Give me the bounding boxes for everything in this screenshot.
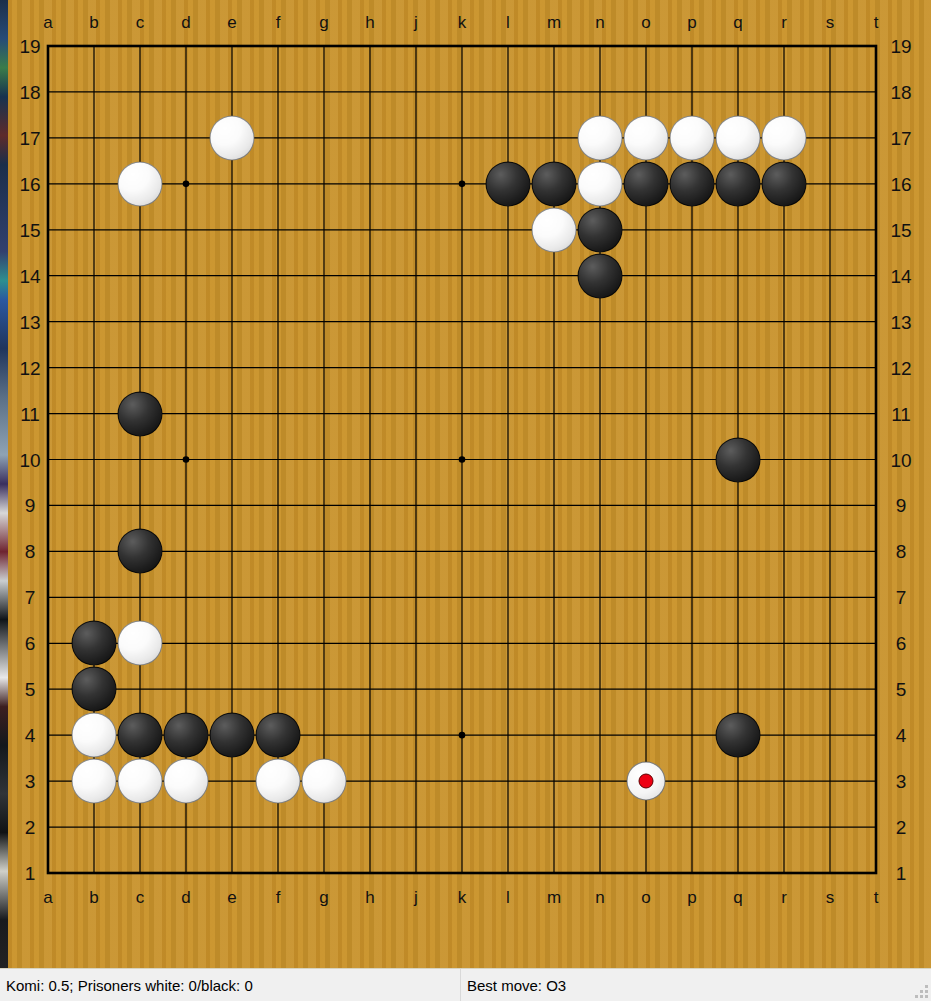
row-label-left: 16 [19,174,40,193]
column-label-top: s [826,14,835,31]
row-label-left: 4 [25,726,36,745]
column-label-bottom: m [547,889,561,906]
column-label-bottom: p [687,889,696,906]
row-label-left: 13 [19,312,40,331]
column-label-top: r [781,14,787,31]
black-stone [624,161,669,206]
column-label-top: e [227,14,236,31]
column-label-top: c [136,14,145,31]
column-label-bottom: h [365,889,374,906]
black-stone [532,161,577,206]
row-label-left: 17 [19,128,40,147]
white-stone [164,759,209,804]
row-label-right: 6 [896,634,907,653]
row-label-right: 11 [891,404,911,423]
column-label-top: k [458,14,467,31]
row-label-left: 15 [19,220,40,239]
column-label-bottom: d [181,889,190,906]
black-stone [164,713,209,758]
black-stone [578,253,623,298]
column-label-bottom: r [781,889,787,906]
column-label-top: m [547,14,561,31]
star-point [183,456,190,463]
row-label-left: 10 [19,450,40,469]
row-label-right: 14 [890,266,911,285]
column-label-top: j [414,14,418,31]
column-label-bottom: t [874,889,879,906]
row-label-right: 7 [896,588,907,607]
column-label-bottom: n [595,889,604,906]
black-stone [762,161,807,206]
row-label-right: 18 [890,82,911,101]
column-label-top: l [506,14,510,31]
status-komi-prisoners: Komi: 0.5; Prisoners white: 0/black: 0 [6,977,253,994]
row-label-right: 8 [896,542,907,561]
row-label-right: 19 [890,37,911,56]
black-stone [670,161,715,206]
row-label-left: 19 [19,37,40,56]
column-label-bottom: l [506,889,510,906]
row-label-left: 14 [19,266,40,285]
column-label-top: g [319,14,328,31]
go-application-window: aabbccddeeffgghhjjkkllmmnnooppqqrrsstt19… [0,0,931,1001]
column-label-bottom: f [276,889,281,906]
row-label-left: 7 [25,588,36,607]
row-label-left: 18 [19,82,40,101]
row-label-right: 9 [896,496,907,515]
white-stone [118,759,163,804]
row-label-right: 4 [896,726,907,745]
resize-grip[interactable] [915,985,928,998]
white-stone [716,115,761,160]
status-best-move: Best move: O3 [467,977,566,994]
row-label-right: 10 [890,450,911,469]
column-label-bottom: e [227,889,236,906]
column-label-bottom: b [89,889,98,906]
row-label-left: 3 [25,772,36,791]
white-stone [670,115,715,160]
black-stone [256,713,301,758]
column-label-top: t [874,14,879,31]
row-label-left: 6 [25,634,36,653]
best-move-marker [627,762,666,801]
row-label-right: 13 [890,312,911,331]
black-stone [72,621,117,666]
black-stone [118,391,163,436]
status-bar: Komi: 0.5; Prisoners white: 0/black: 0 B… [0,968,931,1001]
row-label-left: 2 [25,818,36,837]
star-point [183,181,190,188]
white-stone [72,713,117,758]
row-label-left: 9 [25,496,36,515]
white-stone [578,161,623,206]
column-label-bottom: q [733,889,742,906]
white-stone [256,759,301,804]
desktop-background-strip [0,0,8,968]
white-stone [532,207,577,252]
white-stone [210,115,255,160]
status-bar-divider [460,969,461,1001]
white-stone [118,161,163,206]
black-stone [118,713,163,758]
star-point [459,456,466,463]
column-label-top: n [595,14,604,31]
column-label-top: b [89,14,98,31]
row-label-right: 16 [890,174,911,193]
column-label-top: o [641,14,650,31]
star-point [459,732,466,739]
column-label-bottom: g [319,889,328,906]
column-label-bottom: k [458,889,467,906]
row-label-right: 15 [890,220,911,239]
black-stone [118,529,163,574]
white-stone [762,115,807,160]
row-label-left: 1 [25,864,36,883]
white-stone [624,115,669,160]
column-label-bottom: s [826,889,835,906]
row-label-right: 17 [890,128,911,147]
white-stone [302,759,347,804]
row-label-right: 3 [896,772,907,791]
black-stone [716,161,761,206]
row-label-right: 1 [896,864,907,883]
best-move-red-dot-icon [639,774,654,789]
row-label-left: 11 [20,404,40,423]
column-label-top: d [181,14,190,31]
black-stone [578,207,623,252]
row-label-left: 12 [19,358,40,377]
black-stone [716,713,761,758]
white-stone [118,621,163,666]
column-label-bottom: o [641,889,650,906]
column-label-bottom: c [136,889,145,906]
black-stone [72,667,117,712]
column-label-top: f [276,14,281,31]
column-label-top: p [687,14,696,31]
column-label-bottom: a [43,889,52,906]
column-label-top: h [365,14,374,31]
column-label-top: q [733,14,742,31]
star-point [459,181,466,188]
white-stone [578,115,623,160]
go-board[interactable]: aabbccddeeffgghhjjkkllmmnnooppqqrrsstt19… [8,0,931,968]
row-label-right: 2 [896,818,907,837]
black-stone [210,713,255,758]
row-label-left: 5 [25,680,36,699]
column-label-top: a [43,14,52,31]
row-label-right: 12 [890,358,911,377]
row-label-right: 5 [896,680,907,699]
white-stone [72,759,117,804]
black-stone [716,437,761,482]
row-label-left: 8 [25,542,36,561]
column-label-bottom: j [414,889,418,906]
black-stone [486,161,531,206]
